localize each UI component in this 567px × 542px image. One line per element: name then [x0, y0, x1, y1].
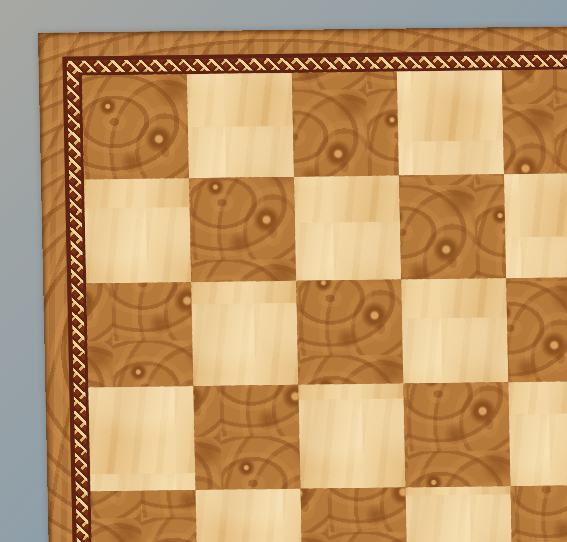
board-squares [79, 62, 567, 542]
square-r4c2 [193, 385, 300, 490]
square-r5c1 [91, 490, 198, 542]
square-r1c1 [82, 74, 189, 179]
square-r2c5 [504, 173, 567, 278]
square-r2c1 [84, 178, 191, 283]
square-r1c3 [292, 72, 399, 177]
square-r3c5 [506, 277, 567, 382]
inlay-border [63, 46, 567, 542]
square-r3c4 [401, 278, 508, 383]
chess-board [38, 22, 567, 542]
square-r4c1 [88, 386, 195, 491]
square-r2c4 [399, 174, 506, 279]
square-r4c5 [508, 381, 567, 486]
square-r3c3 [296, 280, 403, 385]
square-r3c1 [86, 282, 193, 387]
square-r5c3 [301, 488, 408, 542]
square-r1c4 [397, 70, 504, 175]
square-r5c5 [511, 485, 567, 542]
square-r5c4 [406, 486, 513, 542]
square-r4c3 [298, 384, 405, 489]
board-frame [38, 22, 567, 542]
square-r4c4 [403, 382, 510, 487]
square-r5c2 [196, 489, 303, 542]
photo-background [0, 0, 567, 542]
square-r1c2 [187, 73, 294, 178]
square-r2c2 [189, 177, 296, 282]
square-r2c3 [294, 176, 401, 281]
square-r3c2 [191, 281, 298, 386]
square-r1c5 [502, 69, 567, 174]
